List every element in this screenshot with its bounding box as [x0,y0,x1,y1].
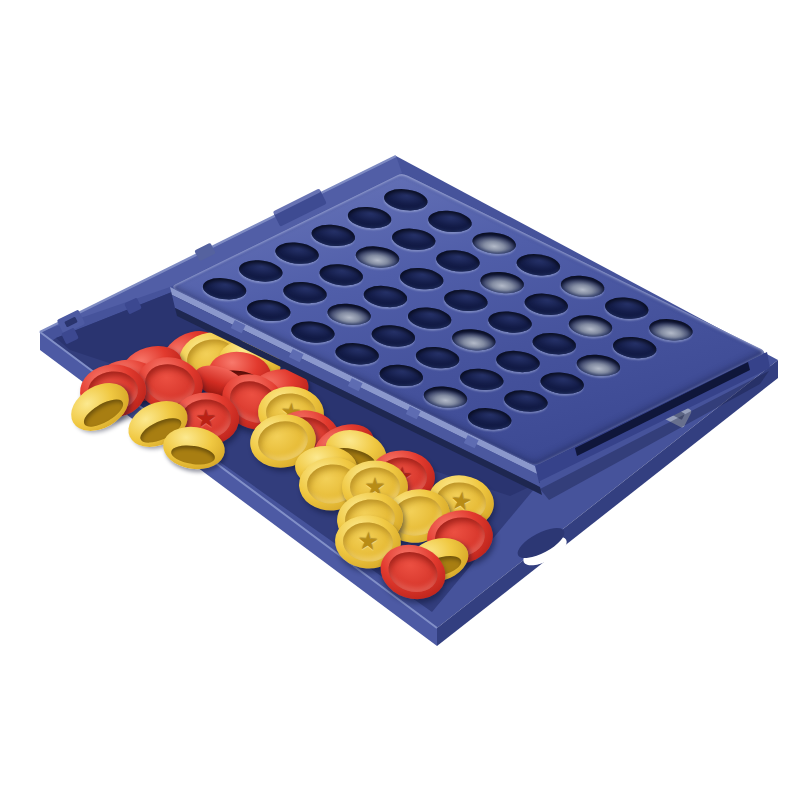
board-hole-r2c3 [427,246,488,276]
board-hole-r4c2 [311,260,372,290]
board-hole-r4c3 [355,282,416,312]
board-hole-r1c2 [419,206,480,236]
board-hole-r5c3 [319,299,380,329]
board-hole-r3c3 [391,264,452,294]
board-hole-r6c4 [327,339,388,369]
board-hole-r2c5 [516,289,577,319]
board-hole-r5c6 [451,364,512,394]
board-hole-r2c7 [604,333,665,363]
board-hole-r4c5 [443,325,504,355]
board-hole-r1c5 [552,271,613,301]
board-hole-r4c4 [399,303,460,333]
board-hole-r3c7 [568,350,629,380]
board-hole-r5c7 [495,386,556,416]
board-hole-r6c6 [415,382,476,412]
board-hole-r3c5 [479,307,540,337]
board-hole-r2c4 [472,268,533,298]
board-hole-r4c7 [532,368,593,398]
product-photo-connect-four: Connect Four travel set – product photo … [0,0,800,800]
board-hole-r2c1 [339,203,400,233]
board-hole-r6c2 [238,295,299,325]
board-hole-r4c6 [487,347,548,377]
board-hole-r6c7 [459,404,520,434]
board-hole-r2c6 [560,311,621,341]
board-hole-r6c3 [282,317,343,347]
board-hole-r3c6 [524,329,585,359]
board-hole-r1c3 [464,228,525,258]
board-hole-r3c1 [303,220,364,250]
board-hole-r6c1 [194,274,255,304]
board-hole-r3c4 [435,285,496,315]
board-hole-r4c1 [266,238,327,268]
board-hole-r6c5 [371,360,432,390]
board-hole-r2c2 [383,224,444,254]
board-hole-r3c2 [347,242,408,272]
board-hole-r1c6 [596,293,657,323]
board-hole-r1c4 [508,250,569,280]
board-hole-r1c7 [640,315,701,345]
board-hole-r5c5 [407,343,468,373]
board-hole-r5c1 [230,256,291,286]
board-hole-r5c2 [274,278,335,308]
board-hole-r5c4 [363,321,424,351]
board-hole-r1c1 [375,185,436,215]
